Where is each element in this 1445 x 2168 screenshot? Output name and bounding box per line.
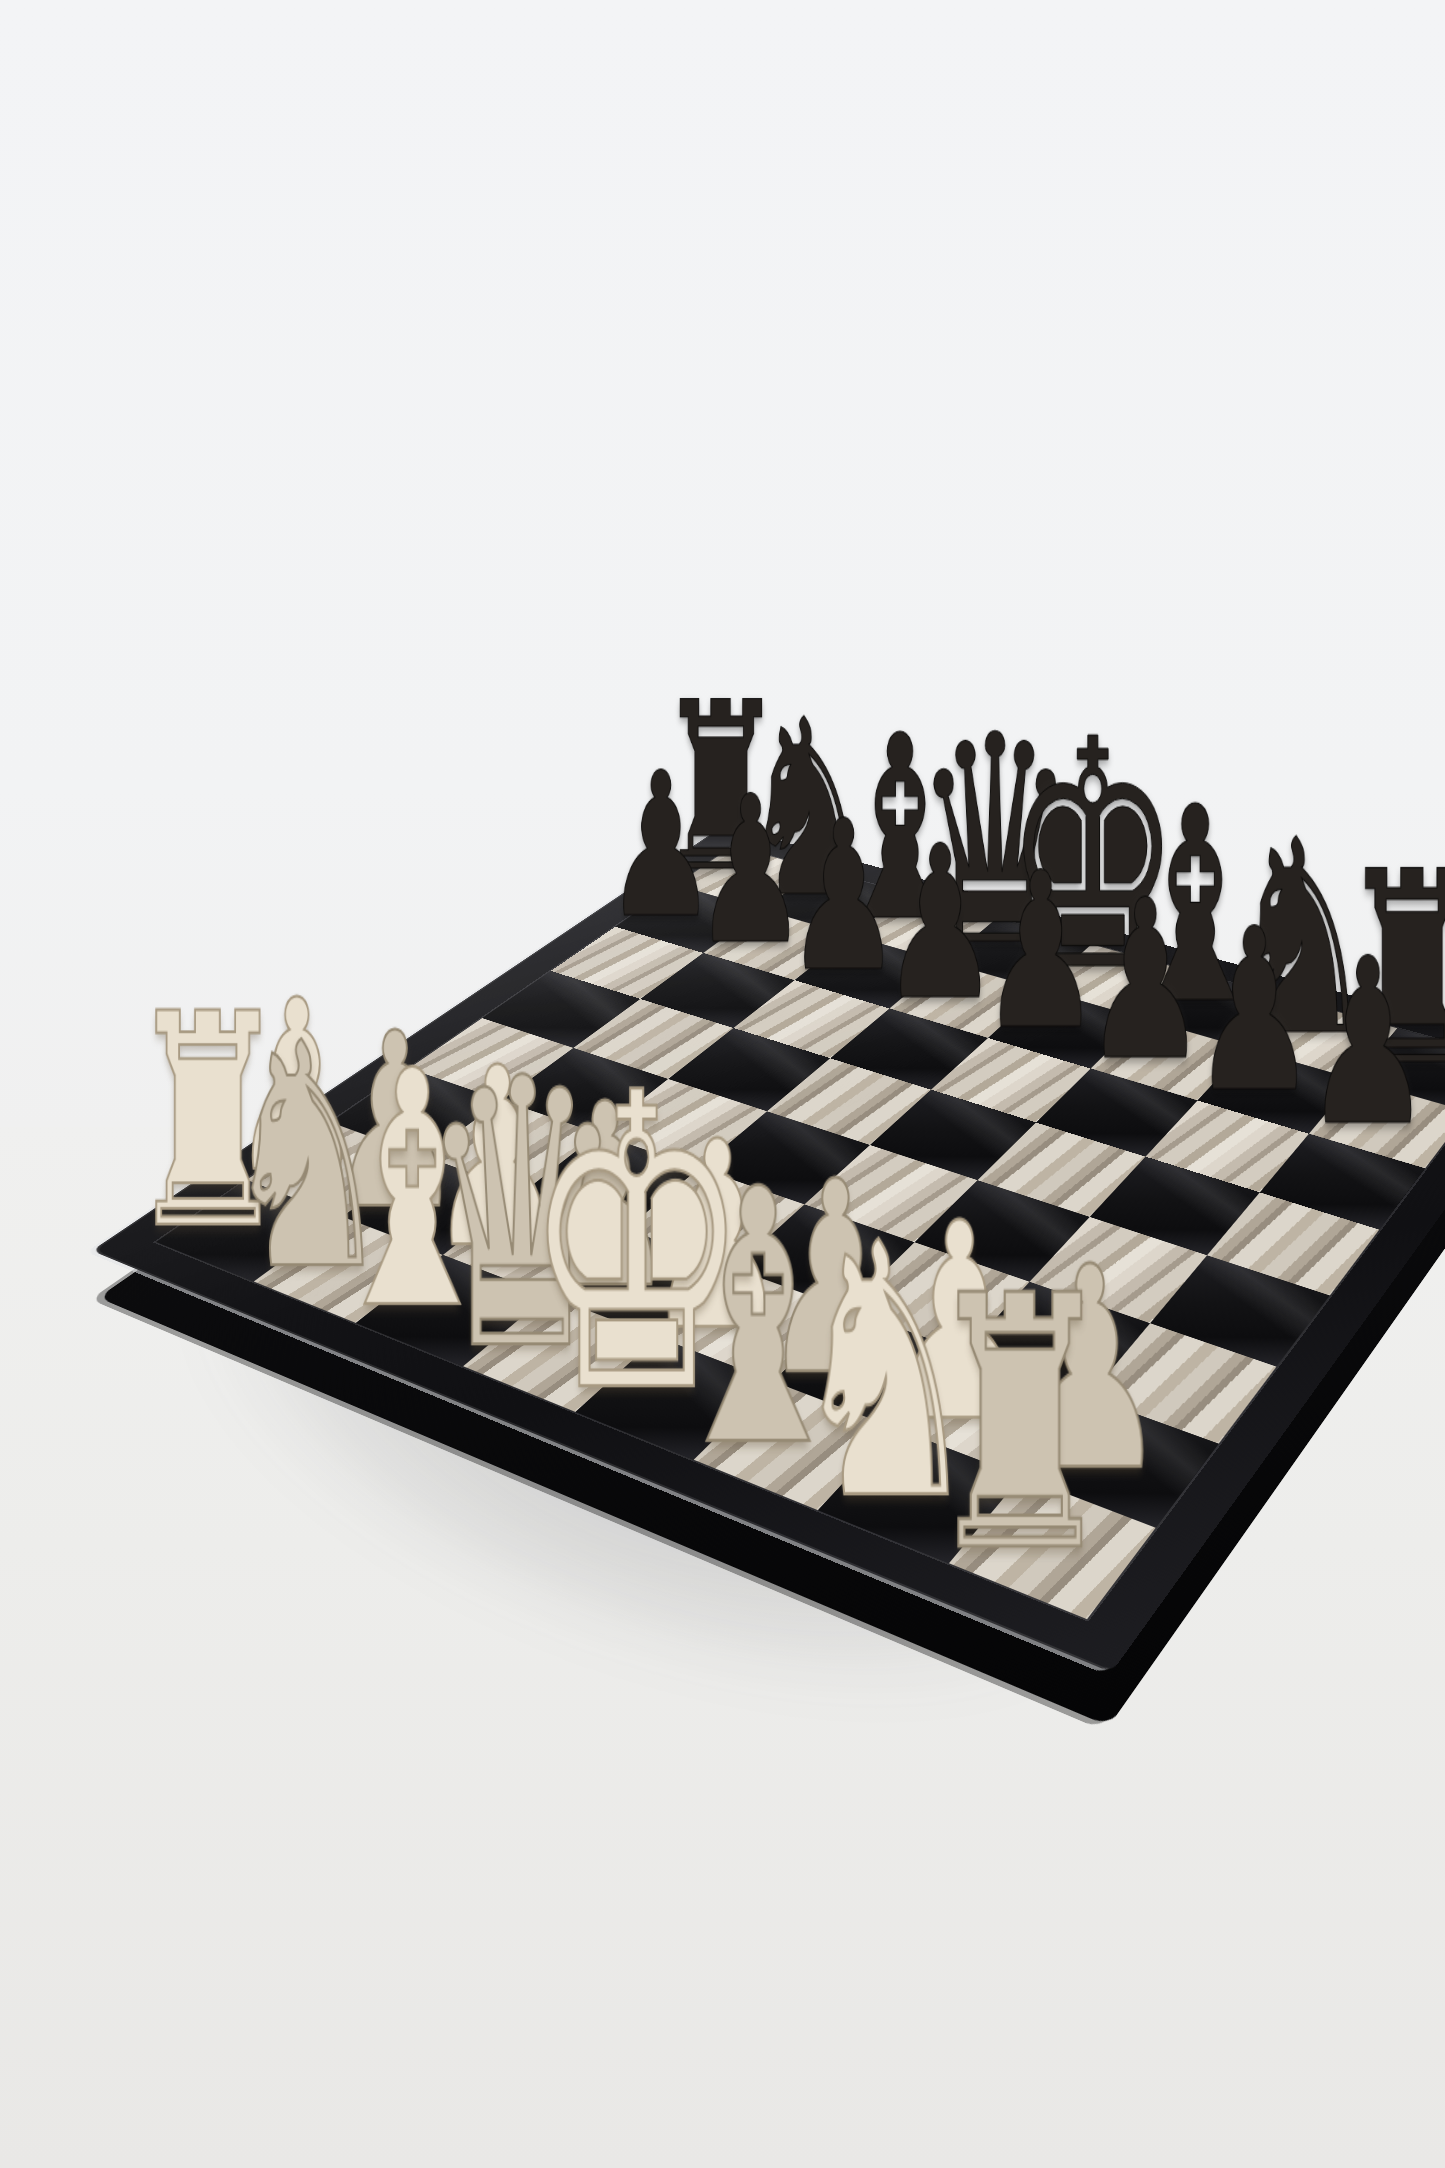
black-pawn-h7[interactable]: ♟ (1304, 938, 1433, 1149)
studio-scene: ♜♞♝♛♚♝♞♜♟♟♟♟♟♟♟♟♟♟♟♟♟♟♟♟♜♞♝♛♚♝♞♜ (0, 0, 1445, 2168)
black-pawn-f7[interactable]: ♟ (1084, 880, 1207, 1083)
white-rook-h1[interactable]: ♜ (922, 1266, 1118, 1587)
black-pawn-g7[interactable]: ♟ (1191, 908, 1317, 1115)
